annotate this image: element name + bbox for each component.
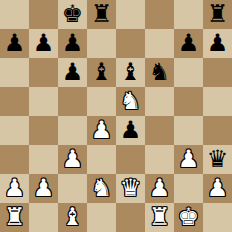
white-pawn-icon: ♟ xyxy=(91,116,113,145)
square-f4[interactable] xyxy=(145,116,174,145)
square-c7[interactable]: ♟ xyxy=(58,29,87,58)
square-b1[interactable] xyxy=(29,203,58,232)
white-bishop-icon: ♝ xyxy=(62,203,84,232)
square-h6[interactable] xyxy=(203,58,232,87)
square-e1[interactable] xyxy=(116,203,145,232)
square-b7[interactable]: ♟ xyxy=(29,29,58,58)
white-pawn-icon: ♟ xyxy=(4,174,26,203)
square-f3[interactable] xyxy=(145,145,174,174)
black-queen-icon: ♛ xyxy=(207,145,229,174)
black-pawn-icon: ♟ xyxy=(4,29,26,58)
white-pawn-icon: ♟ xyxy=(62,145,84,174)
square-e2[interactable]: ♛ xyxy=(116,174,145,203)
square-g1[interactable]: ♚ xyxy=(174,203,203,232)
square-a3[interactable] xyxy=(0,145,29,174)
square-h1[interactable] xyxy=(203,203,232,232)
square-b3[interactable] xyxy=(29,145,58,174)
square-d6[interactable]: ♝ xyxy=(87,58,116,87)
white-pawn-icon: ♟ xyxy=(207,174,229,203)
square-a1[interactable]: ♜ xyxy=(0,203,29,232)
square-g4[interactable] xyxy=(174,116,203,145)
black-king-icon: ♚ xyxy=(62,0,84,29)
square-c5[interactable] xyxy=(58,87,87,116)
square-d2[interactable]: ♞ xyxy=(87,174,116,203)
square-e6[interactable]: ♝ xyxy=(116,58,145,87)
black-rook-icon: ♜ xyxy=(91,0,113,29)
square-c2[interactable] xyxy=(58,174,87,203)
square-h3[interactable]: ♛ xyxy=(203,145,232,174)
square-d1[interactable] xyxy=(87,203,116,232)
square-a5[interactable] xyxy=(0,87,29,116)
black-knight-icon: ♞ xyxy=(149,58,171,87)
square-a7[interactable]: ♟ xyxy=(0,29,29,58)
square-e3[interactable] xyxy=(116,145,145,174)
square-e5[interactable]: ♞ xyxy=(116,87,145,116)
square-d7[interactable] xyxy=(87,29,116,58)
black-pawn-icon: ♟ xyxy=(62,29,84,58)
square-b2[interactable]: ♟ xyxy=(29,174,58,203)
square-g6[interactable] xyxy=(174,58,203,87)
square-g8[interactable] xyxy=(174,0,203,29)
square-f2[interactable]: ♟ xyxy=(145,174,174,203)
square-f8[interactable] xyxy=(145,0,174,29)
black-pawn-icon: ♟ xyxy=(33,29,55,58)
square-e7[interactable] xyxy=(116,29,145,58)
black-pawn-icon: ♟ xyxy=(207,29,229,58)
square-c1[interactable]: ♝ xyxy=(58,203,87,232)
square-a2[interactable]: ♟ xyxy=(0,174,29,203)
square-c4[interactable] xyxy=(58,116,87,145)
square-d3[interactable] xyxy=(87,145,116,174)
white-queen-icon: ♛ xyxy=(120,174,142,203)
square-b6[interactable] xyxy=(29,58,58,87)
white-pawn-icon: ♟ xyxy=(33,174,55,203)
square-c3[interactable]: ♟ xyxy=(58,145,87,174)
square-g3[interactable]: ♟ xyxy=(174,145,203,174)
square-e4[interactable]: ♟ xyxy=(116,116,145,145)
black-rook-icon: ♜ xyxy=(207,0,229,29)
square-d8[interactable]: ♜ xyxy=(87,0,116,29)
square-a6[interactable] xyxy=(0,58,29,87)
square-h2[interactable]: ♟ xyxy=(203,174,232,203)
square-f5[interactable] xyxy=(145,87,174,116)
black-bishop-icon: ♝ xyxy=(120,58,142,87)
black-pawn-icon: ♟ xyxy=(120,116,142,145)
square-g2[interactable] xyxy=(174,174,203,203)
black-pawn-icon: ♟ xyxy=(62,58,84,87)
square-b4[interactable] xyxy=(29,116,58,145)
square-h7[interactable]: ♟ xyxy=(203,29,232,58)
square-a4[interactable] xyxy=(0,116,29,145)
square-f1[interactable]: ♜ xyxy=(145,203,174,232)
square-h5[interactable] xyxy=(203,87,232,116)
square-b5[interactable] xyxy=(29,87,58,116)
white-pawn-icon: ♟ xyxy=(149,174,171,203)
white-knight-icon: ♞ xyxy=(91,174,113,203)
square-e8[interactable] xyxy=(116,0,145,29)
square-f7[interactable] xyxy=(145,29,174,58)
black-pawn-icon: ♟ xyxy=(178,29,200,58)
square-a8[interactable] xyxy=(0,0,29,29)
square-g7[interactable]: ♟ xyxy=(174,29,203,58)
white-rook-icon: ♜ xyxy=(4,203,26,232)
square-b8[interactable] xyxy=(29,0,58,29)
square-h8[interactable]: ♜ xyxy=(203,0,232,29)
white-rook-icon: ♜ xyxy=(149,203,171,232)
square-d4[interactable]: ♟ xyxy=(87,116,116,145)
white-pawn-icon: ♟ xyxy=(178,145,200,174)
square-f6[interactable]: ♞ xyxy=(145,58,174,87)
square-g5[interactable] xyxy=(174,87,203,116)
square-c6[interactable]: ♟ xyxy=(58,58,87,87)
white-knight-icon: ♞ xyxy=(120,87,142,116)
square-h4[interactable] xyxy=(203,116,232,145)
chess-board: ♚♜♜♟♟♟♟♟♟♝♝♞♞♟♟♟♟♛♟♟♞♛♟♟♜♝♜♚ xyxy=(0,0,232,232)
square-d5[interactable] xyxy=(87,87,116,116)
square-c8[interactable]: ♚ xyxy=(58,0,87,29)
white-king-icon: ♚ xyxy=(178,203,200,232)
black-bishop-icon: ♝ xyxy=(91,58,113,87)
